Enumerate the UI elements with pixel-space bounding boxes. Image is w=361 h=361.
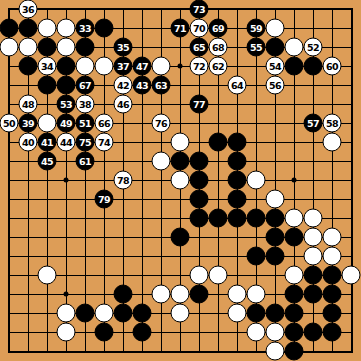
black-stone-move-69: 69 — [209, 19, 228, 38]
black-stone — [133, 304, 152, 323]
white-stone — [209, 266, 228, 285]
black-stone — [285, 228, 304, 247]
black-stone-move-49: 49 — [57, 114, 76, 133]
black-stone — [38, 76, 57, 95]
white-stone — [247, 323, 266, 342]
white-stone — [171, 285, 190, 304]
black-stone — [247, 304, 266, 323]
black-stone-move-61: 61 — [76, 152, 95, 171]
white-stone — [285, 209, 304, 228]
black-stone — [57, 76, 76, 95]
white-stone — [266, 323, 285, 342]
black-stone-move-45: 45 — [38, 152, 57, 171]
black-stone — [266, 209, 285, 228]
white-stone — [171, 304, 190, 323]
black-stone — [209, 209, 228, 228]
white-stone — [152, 285, 171, 304]
black-stone — [114, 304, 133, 323]
white-stone — [152, 152, 171, 171]
white-stone — [57, 304, 76, 323]
star-point — [292, 178, 297, 183]
white-stone — [38, 114, 57, 133]
white-stone — [266, 342, 285, 361]
white-stone-move-56: 56 — [266, 76, 285, 95]
black-stone — [266, 38, 285, 57]
white-stone-move-60: 60 — [323, 57, 342, 76]
white-stone-move-50: 50 — [0, 114, 19, 133]
white-stone — [304, 228, 323, 247]
black-stone-move-75: 75 — [76, 133, 95, 152]
white-stone — [285, 266, 304, 285]
black-stone-move-47: 47 — [133, 57, 152, 76]
black-stone — [57, 57, 76, 76]
star-point — [64, 178, 69, 183]
star-point — [178, 64, 183, 69]
white-stone — [323, 228, 342, 247]
white-stone-move-44: 44 — [57, 133, 76, 152]
white-stone — [228, 285, 247, 304]
white-stone-move-70: 70 — [190, 19, 209, 38]
white-stone — [19, 38, 38, 57]
white-stone — [57, 38, 76, 57]
black-stone — [19, 57, 38, 76]
white-stone — [323, 133, 342, 152]
white-stone — [76, 57, 95, 76]
black-stone — [133, 323, 152, 342]
black-stone — [266, 247, 285, 266]
black-stone — [76, 38, 95, 57]
black-stone-move-65: 65 — [190, 38, 209, 57]
black-stone-move-67: 67 — [76, 76, 95, 95]
white-stone — [228, 304, 247, 323]
black-stone-move-43: 43 — [133, 76, 152, 95]
white-stone — [342, 266, 361, 285]
black-stone — [171, 228, 190, 247]
white-stone-move-66: 66 — [95, 114, 114, 133]
black-stone — [190, 152, 209, 171]
black-stone — [190, 209, 209, 228]
black-stone — [285, 57, 304, 76]
black-stone-move-39: 39 — [19, 114, 38, 133]
black-stone — [285, 342, 304, 361]
white-stone — [247, 285, 266, 304]
black-stone — [76, 304, 95, 323]
black-stone-move-57: 57 — [304, 114, 323, 133]
black-stone — [95, 19, 114, 38]
black-stone-move-73: 73 — [190, 0, 209, 19]
black-stone-move-63: 63 — [152, 76, 171, 95]
black-stone — [285, 285, 304, 304]
white-stone — [247, 171, 266, 190]
black-stone-move-53: 53 — [57, 95, 76, 114]
black-stone-move-41: 41 — [38, 133, 57, 152]
black-stone-move-77: 77 — [190, 95, 209, 114]
white-stone-move-72: 72 — [190, 57, 209, 76]
white-stone-move-36: 36 — [19, 0, 38, 19]
white-stone-move-40: 40 — [19, 133, 38, 152]
black-stone — [171, 152, 190, 171]
white-stone — [285, 38, 304, 57]
white-stone — [95, 57, 114, 76]
white-stone — [0, 38, 19, 57]
black-stone — [304, 285, 323, 304]
white-stone-move-48: 48 — [19, 95, 38, 114]
black-stone — [247, 209, 266, 228]
white-stone-move-58: 58 — [323, 114, 342, 133]
black-stone-move-51: 51 — [76, 114, 95, 133]
black-stone-move-33: 33 — [76, 19, 95, 38]
black-stone — [19, 19, 38, 38]
white-stone — [57, 19, 76, 38]
white-stone — [38, 19, 57, 38]
black-stone-move-55: 55 — [247, 38, 266, 57]
black-stone — [228, 190, 247, 209]
black-stone — [304, 57, 323, 76]
white-stone — [266, 19, 285, 38]
black-stone — [114, 285, 133, 304]
white-stone-move-42: 42 — [114, 76, 133, 95]
white-stone — [171, 133, 190, 152]
black-stone — [228, 209, 247, 228]
white-stone-move-52: 52 — [304, 38, 323, 57]
black-stone — [266, 228, 285, 247]
go-board-diagram: 3673337170695935656855523437477262546067… — [0, 0, 361, 361]
black-stone — [323, 266, 342, 285]
black-stone — [323, 323, 342, 342]
black-stone — [266, 304, 285, 323]
black-stone — [228, 171, 247, 190]
black-stone-move-71: 71 — [171, 19, 190, 38]
black-stone — [190, 285, 209, 304]
black-stone — [323, 304, 342, 323]
white-stone-move-38: 38 — [76, 95, 95, 114]
white-stone-move-78: 78 — [114, 171, 133, 190]
black-stone — [304, 266, 323, 285]
black-stone-move-79: 79 — [95, 190, 114, 209]
black-stone — [209, 133, 228, 152]
white-stone-move-46: 46 — [114, 95, 133, 114]
black-stone — [190, 171, 209, 190]
black-stone — [0, 19, 19, 38]
white-stone — [323, 247, 342, 266]
black-stone — [285, 323, 304, 342]
white-stone-move-62: 62 — [209, 57, 228, 76]
black-stone — [285, 304, 304, 323]
black-stone — [95, 323, 114, 342]
black-stone — [304, 323, 323, 342]
white-stone-move-34: 34 — [38, 57, 57, 76]
white-stone — [57, 323, 76, 342]
white-stone — [190, 266, 209, 285]
black-stone — [190, 190, 209, 209]
white-stone — [171, 171, 190, 190]
white-stone — [95, 304, 114, 323]
black-stone-move-37: 37 — [114, 57, 133, 76]
black-stone — [247, 247, 266, 266]
white-stone-move-74: 74 — [95, 133, 114, 152]
white-stone-move-68: 68 — [209, 38, 228, 57]
black-stone — [228, 152, 247, 171]
black-stone-move-59: 59 — [247, 19, 266, 38]
black-stone — [228, 133, 247, 152]
black-stone-move-35: 35 — [114, 38, 133, 57]
white-stone — [304, 247, 323, 266]
white-stone — [266, 190, 285, 209]
white-stone-move-54: 54 — [266, 57, 285, 76]
black-stone — [38, 38, 57, 57]
white-stone-move-76: 76 — [152, 114, 171, 133]
white-stone — [38, 266, 57, 285]
star-point — [64, 292, 69, 297]
black-stone — [323, 285, 342, 304]
white-stone — [152, 57, 171, 76]
white-stone-move-64: 64 — [228, 76, 247, 95]
white-stone — [304, 209, 323, 228]
